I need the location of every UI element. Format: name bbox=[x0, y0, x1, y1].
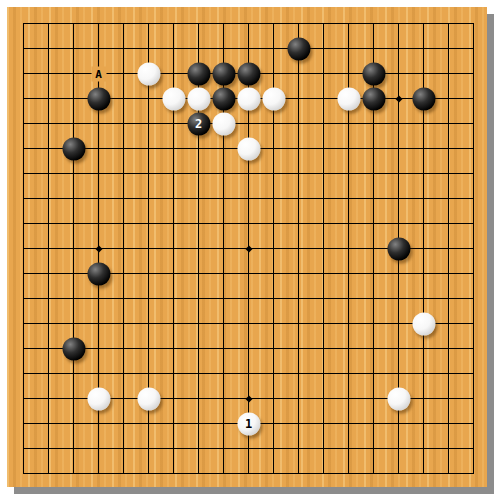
black-stone[interactable] bbox=[62, 337, 85, 360]
white-stone[interactable] bbox=[212, 112, 235, 135]
white-stone[interactable] bbox=[162, 87, 185, 110]
black-stone[interactable] bbox=[212, 87, 235, 110]
point-label: A bbox=[91, 66, 106, 81]
white-stone[interactable] bbox=[237, 137, 260, 160]
black-stone[interactable] bbox=[87, 262, 110, 285]
white-stone[interactable] bbox=[137, 62, 160, 85]
black-stone[interactable]: 2 bbox=[187, 112, 210, 135]
white-stone[interactable] bbox=[137, 387, 160, 410]
black-stone[interactable] bbox=[237, 62, 260, 85]
move-number-label: 2 bbox=[195, 118, 202, 130]
black-stone[interactable] bbox=[412, 87, 435, 110]
white-stone[interactable] bbox=[387, 387, 410, 410]
white-stone[interactable] bbox=[412, 312, 435, 335]
white-stone[interactable] bbox=[237, 87, 260, 110]
black-stone[interactable] bbox=[62, 137, 85, 160]
page-background: 21A bbox=[0, 0, 500, 500]
black-stone[interactable] bbox=[362, 62, 385, 85]
black-stone[interactable] bbox=[87, 87, 110, 110]
white-stone[interactable] bbox=[337, 87, 360, 110]
go-board[interactable]: 21A bbox=[7, 7, 487, 487]
move-number-label: 1 bbox=[245, 418, 252, 430]
white-stone[interactable] bbox=[187, 87, 210, 110]
black-stone[interactable] bbox=[387, 237, 410, 260]
black-stone[interactable] bbox=[362, 87, 385, 110]
black-stone[interactable] bbox=[212, 62, 235, 85]
black-stone[interactable] bbox=[187, 62, 210, 85]
white-stone[interactable]: 1 bbox=[237, 412, 260, 435]
white-stone[interactable] bbox=[262, 87, 285, 110]
white-stone[interactable] bbox=[87, 387, 110, 410]
black-stone[interactable] bbox=[287, 37, 310, 60]
